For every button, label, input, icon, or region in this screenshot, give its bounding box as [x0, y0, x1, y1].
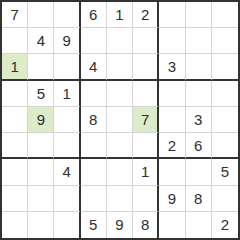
sudoku-cell-r6c2[interactable]: [28, 133, 54, 159]
sudoku-cell-r7c7[interactable]: [159, 159, 185, 185]
sudoku-cell-r5c4[interactable]: 8: [81, 107, 107, 133]
sudoku-cell-r7c6[interactable]: 1: [133, 159, 159, 185]
sudoku-cell-r5c6[interactable]: 7: [133, 107, 159, 133]
sudoku-cell-r2c6[interactable]: [133, 28, 159, 54]
sudoku-cell-r2c4[interactable]: [81, 28, 107, 54]
sudoku-cell-r6c7[interactable]: 2: [159, 133, 185, 159]
sudoku-cell-r2c3[interactable]: 9: [54, 28, 80, 54]
sudoku-cell-r4c9[interactable]: [212, 81, 238, 107]
sudoku-cell-r1c7[interactable]: [159, 2, 185, 28]
sudoku-cell-r4c8[interactable]: [186, 81, 212, 107]
sudoku-cell-r5c5[interactable]: [107, 107, 133, 133]
sudoku-cell-r9c3[interactable]: [54, 212, 80, 238]
sudoku-cell-r7c3[interactable]: 4: [54, 159, 80, 185]
sudoku-cell-r5c1[interactable]: [2, 107, 28, 133]
sudoku-cell-r1c5[interactable]: 1: [107, 2, 133, 28]
sudoku-cell-r8c2[interactable]: [28, 186, 54, 212]
sudoku-cell-r4c2[interactable]: 5: [28, 81, 54, 107]
sudoku-cell-r5c8[interactable]: 3: [186, 107, 212, 133]
sudoku-cell-r8c6[interactable]: [133, 186, 159, 212]
sudoku-cell-r6c4[interactable]: [81, 133, 107, 159]
sudoku-cell-r9c6[interactable]: 8: [133, 212, 159, 238]
sudoku-board: 76124914351987326415985982: [0, 0, 240, 240]
sudoku-cell-r6c8[interactable]: 6: [186, 133, 212, 159]
sudoku-cell-r3c1[interactable]: 1: [2, 54, 28, 80]
sudoku-cell-r6c6[interactable]: [133, 133, 159, 159]
sudoku-cell-r9c2[interactable]: [28, 212, 54, 238]
sudoku-cell-r1c1[interactable]: 7: [2, 2, 28, 28]
sudoku-cell-r7c2[interactable]: [28, 159, 54, 185]
sudoku-cell-r8c8[interactable]: 8: [186, 186, 212, 212]
sudoku-cell-r8c3[interactable]: [54, 186, 80, 212]
sudoku-cell-r2c8[interactable]: [186, 28, 212, 54]
sudoku-cell-r9c4[interactable]: 5: [81, 212, 107, 238]
sudoku-cell-r5c9[interactable]: [212, 107, 238, 133]
sudoku-cell-r7c9[interactable]: 5: [212, 159, 238, 185]
sudoku-cell-r9c1[interactable]: [2, 212, 28, 238]
sudoku-cell-r6c5[interactable]: [107, 133, 133, 159]
sudoku-cell-r4c1[interactable]: [2, 81, 28, 107]
sudoku-cell-r2c2[interactable]: 4: [28, 28, 54, 54]
sudoku-cell-r1c3[interactable]: [54, 2, 80, 28]
sudoku-cell-r9c9[interactable]: 2: [212, 212, 238, 238]
sudoku-cell-r1c6[interactable]: 2: [133, 2, 159, 28]
sudoku-cell-r5c3[interactable]: [54, 107, 80, 133]
sudoku-cell-r3c6[interactable]: [133, 54, 159, 80]
sudoku-cell-r3c5[interactable]: [107, 54, 133, 80]
sudoku-cell-r3c2[interactable]: [28, 54, 54, 80]
sudoku-cell-r8c7[interactable]: 9: [159, 186, 185, 212]
sudoku-cell-r4c5[interactable]: [107, 81, 133, 107]
sudoku-cell-r2c7[interactable]: [159, 28, 185, 54]
sudoku-cell-r4c4[interactable]: [81, 81, 107, 107]
sudoku-cell-r3c4[interactable]: 4: [81, 54, 107, 80]
sudoku-cell-r6c9[interactable]: [212, 133, 238, 159]
sudoku-cell-r9c5[interactable]: 9: [107, 212, 133, 238]
sudoku-cell-r8c1[interactable]: [2, 186, 28, 212]
sudoku-cell-r6c3[interactable]: [54, 133, 80, 159]
sudoku-cell-r2c1[interactable]: [2, 28, 28, 54]
sudoku-cell-r3c8[interactable]: [186, 54, 212, 80]
sudoku-cell-r7c1[interactable]: [2, 159, 28, 185]
sudoku-cell-r4c7[interactable]: [159, 81, 185, 107]
sudoku-cell-r7c5[interactable]: [107, 159, 133, 185]
sudoku-cell-r7c4[interactable]: [81, 159, 107, 185]
sudoku-cell-r4c3[interactable]: 1: [54, 81, 80, 107]
sudoku-cell-r1c2[interactable]: [28, 2, 54, 28]
sudoku-cell-r3c9[interactable]: [212, 54, 238, 80]
sudoku-cell-r5c2[interactable]: 9: [28, 107, 54, 133]
sudoku-cell-r5c7[interactable]: [159, 107, 185, 133]
sudoku-cell-r8c4[interactable]: [81, 186, 107, 212]
sudoku-cell-r1c4[interactable]: 6: [81, 2, 107, 28]
sudoku-cell-r9c8[interactable]: [186, 212, 212, 238]
sudoku-cell-r1c9[interactable]: [212, 2, 238, 28]
sudoku-cell-r2c5[interactable]: [107, 28, 133, 54]
sudoku-cell-r3c3[interactable]: [54, 54, 80, 80]
sudoku-cell-r9c7[interactable]: [159, 212, 185, 238]
sudoku-cell-r3c7[interactable]: 3: [159, 54, 185, 80]
sudoku-cell-r1c8[interactable]: [186, 2, 212, 28]
sudoku-cell-r4c6[interactable]: [133, 81, 159, 107]
sudoku-cell-r8c5[interactable]: [107, 186, 133, 212]
sudoku-cell-r6c1[interactable]: [2, 133, 28, 159]
sudoku-cell-r8c9[interactable]: [212, 186, 238, 212]
sudoku-cell-r7c8[interactable]: [186, 159, 212, 185]
sudoku-cell-r2c9[interactable]: [212, 28, 238, 54]
